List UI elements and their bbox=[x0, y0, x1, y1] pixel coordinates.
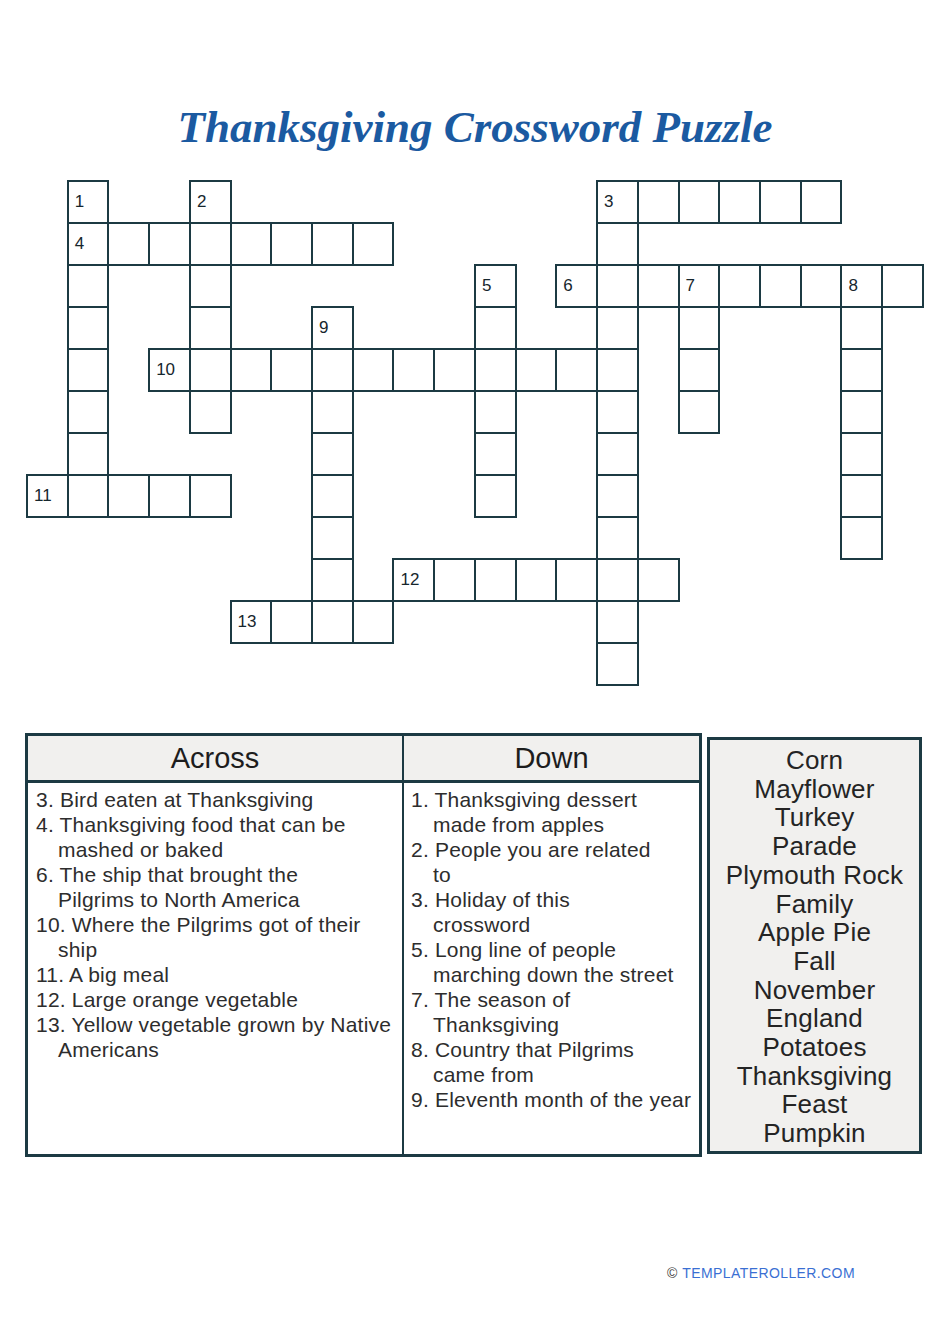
word-bank-item: Family bbox=[710, 890, 919, 919]
grid-cell[interactable] bbox=[596, 432, 639, 476]
clue-number: 7 bbox=[686, 277, 695, 294]
grid-cell[interactable] bbox=[189, 264, 232, 308]
page-title: Thanksgiving Crossword Puzzle bbox=[0, 102, 950, 154]
grid-cell[interactable] bbox=[311, 516, 354, 560]
grid-cell[interactable] bbox=[189, 348, 232, 392]
grid-cell[interactable] bbox=[840, 432, 883, 476]
grid-cell[interactable] bbox=[840, 474, 883, 518]
grid-cell[interactable] bbox=[352, 348, 395, 392]
grid-cell[interactable] bbox=[515, 558, 558, 602]
clue: 12. Large orange vegetable bbox=[36, 987, 400, 1012]
grid-cell[interactable] bbox=[800, 264, 843, 308]
word-bank-item: Plymouth Rock bbox=[710, 861, 919, 890]
grid-cell[interactable] bbox=[840, 264, 883, 308]
word-bank-item: Parade bbox=[710, 832, 919, 861]
grid-cell[interactable] bbox=[678, 348, 721, 392]
word-bank-item: Apple Pie bbox=[710, 918, 919, 947]
clue-continuation: Americans bbox=[36, 1037, 400, 1062]
grid-cell[interactable] bbox=[270, 222, 313, 266]
clue-continuation: made from apples bbox=[411, 812, 697, 837]
clue-table-body: 3. Bird eaten at Thanksgiving4. Thanksgi… bbox=[28, 783, 699, 1154]
clue: 7. The season of bbox=[411, 987, 697, 1012]
grid-cell[interactable] bbox=[433, 348, 476, 392]
grid-cell[interactable] bbox=[148, 222, 191, 266]
grid-cell[interactable] bbox=[637, 558, 680, 602]
across-clues: 3. Bird eaten at Thanksgiving4. Thanksgi… bbox=[28, 783, 402, 1154]
clue: 3. Bird eaten at Thanksgiving bbox=[36, 787, 400, 812]
grid-cell[interactable] bbox=[515, 348, 558, 392]
grid-cell[interactable] bbox=[189, 222, 232, 266]
clue-number: 4 bbox=[75, 235, 84, 252]
grid-cell[interactable] bbox=[474, 264, 517, 308]
word-bank-item: Pumpkin bbox=[710, 1119, 919, 1148]
word-bank-item: November bbox=[710, 976, 919, 1005]
grid-cell[interactable] bbox=[107, 222, 150, 266]
clue-continuation: Pilgrims to North America bbox=[36, 887, 400, 912]
grid-cell[interactable] bbox=[596, 516, 639, 560]
grid-cell[interactable] bbox=[352, 600, 395, 644]
clue: 5. Long line of people bbox=[411, 937, 697, 962]
grid-cell[interactable] bbox=[67, 264, 110, 308]
down-clues: 1. Thanksgiving dessertmade from apples2… bbox=[402, 783, 699, 1154]
grid-cell[interactable] bbox=[67, 222, 110, 266]
clue-number: 3 bbox=[604, 193, 613, 210]
word-bank-item: Corn bbox=[710, 746, 919, 775]
grid-cell[interactable] bbox=[474, 558, 517, 602]
clue-number: 9 bbox=[319, 319, 328, 336]
grid-cell[interactable] bbox=[474, 390, 517, 434]
clue-continuation: came from bbox=[411, 1062, 697, 1087]
grid-cell[interactable] bbox=[474, 432, 517, 476]
grid-cell[interactable] bbox=[800, 180, 843, 224]
grid-cell[interactable] bbox=[637, 180, 680, 224]
clue: 10. Where the Pilgrims got of their bbox=[36, 912, 400, 937]
grid-cell[interactable] bbox=[474, 474, 517, 518]
grid-cell[interactable] bbox=[596, 348, 639, 392]
grid-cell[interactable] bbox=[311, 222, 354, 266]
grid-cell[interactable] bbox=[759, 180, 802, 224]
grid-cell[interactable] bbox=[148, 474, 191, 518]
word-bank-item: Turkey bbox=[710, 803, 919, 832]
clue-table: Across Down 3. Bird eaten at Thanksgivin… bbox=[25, 733, 702, 1157]
clue-number: 13 bbox=[238, 613, 257, 630]
clue-number: 1 bbox=[75, 193, 84, 210]
grid-cell[interactable] bbox=[352, 222, 395, 266]
grid-cell[interactable] bbox=[596, 642, 639, 686]
page: Thanksgiving Crossword Puzzle 1234567891… bbox=[0, 0, 950, 1343]
word-bank-item: Thanksgiving bbox=[710, 1062, 919, 1091]
grid-cell[interactable] bbox=[67, 474, 110, 518]
clue-continuation: ship bbox=[36, 937, 400, 962]
grid-cell[interactable] bbox=[596, 390, 639, 434]
grid-cell[interactable] bbox=[270, 600, 313, 644]
clue: 13. Yellow vegetable grown by Native bbox=[36, 1012, 400, 1037]
grid-cell[interactable] bbox=[67, 390, 110, 434]
grid-cell[interactable] bbox=[596, 474, 639, 518]
grid-cell[interactable] bbox=[392, 348, 435, 392]
clue: 6. The ship that brought the bbox=[36, 862, 400, 887]
grid-cell[interactable] bbox=[311, 558, 354, 602]
grid-cell[interactable] bbox=[189, 390, 232, 434]
grid-cell[interactable] bbox=[678, 390, 721, 434]
crossword-grid: 12345678910111213 bbox=[26, 180, 924, 686]
grid-cell[interactable] bbox=[759, 264, 802, 308]
grid-cell[interactable] bbox=[311, 348, 354, 392]
grid-cell[interactable] bbox=[311, 306, 354, 350]
grid-cell[interactable] bbox=[840, 516, 883, 560]
grid-cell[interactable] bbox=[881, 264, 924, 308]
grid-cell[interactable] bbox=[678, 264, 721, 308]
word-bank-item: Feast bbox=[710, 1090, 919, 1119]
grid-cell[interactable] bbox=[270, 348, 313, 392]
down-header: Down bbox=[402, 736, 699, 780]
grid-cell[interactable] bbox=[311, 432, 354, 476]
word-bank-item: Potatoes bbox=[710, 1033, 919, 1062]
grid-cell[interactable] bbox=[311, 600, 354, 644]
grid-cell[interactable] bbox=[311, 390, 354, 434]
clue-continuation: to bbox=[411, 862, 697, 887]
clue-number: 8 bbox=[848, 277, 857, 294]
clue-number: 12 bbox=[400, 571, 419, 588]
grid-cell[interactable] bbox=[596, 558, 639, 602]
grid-cell[interactable] bbox=[230, 348, 273, 392]
word-bank-item: Fall bbox=[710, 947, 919, 976]
grid-cell[interactable] bbox=[555, 348, 598, 392]
clue-continuation: Thanksgiving bbox=[411, 1012, 697, 1037]
clue-number: 6 bbox=[563, 277, 572, 294]
grid-cell[interactable] bbox=[107, 474, 150, 518]
grid-cell[interactable] bbox=[678, 180, 721, 224]
grid-cell[interactable] bbox=[474, 348, 517, 392]
clue: 4. Thanksgiving food that can be bbox=[36, 812, 400, 837]
grid-cell[interactable] bbox=[555, 558, 598, 602]
footer: © TEMPLATEROLLER.COM bbox=[667, 1265, 855, 1281]
grid-cell[interactable] bbox=[67, 180, 110, 224]
clue-continuation: mashed or baked bbox=[36, 837, 400, 862]
grid-cell[interactable] bbox=[189, 474, 232, 518]
word-bank-item: England bbox=[710, 1004, 919, 1033]
grid-cell[interactable] bbox=[474, 306, 517, 350]
clue-number: 2 bbox=[197, 193, 206, 210]
grid-cell[interactable] bbox=[67, 306, 110, 350]
clue-number: 10 bbox=[156, 361, 175, 378]
grid-cell[interactable] bbox=[637, 264, 680, 308]
grid-cell[interactable] bbox=[718, 180, 761, 224]
clue: 8. Country that Pilgrims bbox=[411, 1037, 697, 1062]
grid-cell[interactable] bbox=[555, 264, 598, 308]
grid-cell[interactable] bbox=[189, 306, 232, 350]
grid-cell[interactable] bbox=[189, 180, 232, 224]
clue: 11. A big meal bbox=[36, 962, 400, 987]
clue-number: 11 bbox=[34, 487, 52, 504]
clue: 1. Thanksgiving dessert bbox=[411, 787, 697, 812]
clue-table-header: Across Down bbox=[28, 736, 699, 783]
grid-cell[interactable] bbox=[718, 264, 761, 308]
copyright-symbol: © bbox=[667, 1265, 677, 1281]
grid-cell[interactable] bbox=[67, 348, 110, 392]
grid-cell[interactable] bbox=[596, 180, 639, 224]
clue: 3. Holiday of this bbox=[411, 887, 697, 912]
grid-cell[interactable] bbox=[840, 390, 883, 434]
clue: 2. People you are related bbox=[411, 837, 697, 862]
grid-cell[interactable] bbox=[596, 600, 639, 644]
word-bank: CornMayflowerTurkeyParadePlymouth RockFa… bbox=[707, 737, 922, 1154]
word-bank-item: Mayflower bbox=[710, 775, 919, 804]
templateroller-link[interactable]: TEMPLATEROLLER.COM bbox=[682, 1265, 855, 1281]
across-header: Across bbox=[28, 736, 402, 780]
clue: 9. Eleventh month of the year bbox=[411, 1087, 697, 1112]
clue-continuation: marching down the street bbox=[411, 962, 697, 987]
grid-cell[interactable] bbox=[596, 306, 639, 350]
grid-cell[interactable] bbox=[678, 306, 721, 350]
grid-cell[interactable] bbox=[840, 348, 883, 392]
grid-cell[interactable] bbox=[596, 264, 639, 308]
clue-number: 5 bbox=[482, 277, 491, 294]
clue-continuation: crossword bbox=[411, 912, 697, 937]
grid-cell[interactable] bbox=[433, 558, 476, 602]
grid-cell[interactable] bbox=[596, 222, 639, 266]
grid-cell[interactable] bbox=[67, 432, 110, 476]
grid-cell[interactable] bbox=[840, 306, 883, 350]
grid-cell[interactable] bbox=[230, 222, 273, 266]
grid-cell[interactable] bbox=[311, 474, 354, 518]
